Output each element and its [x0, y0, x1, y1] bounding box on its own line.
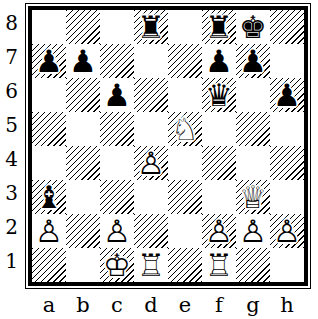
square-a5[interactable]: [32, 112, 66, 146]
square-c4[interactable]: [100, 146, 134, 180]
square-b8[interactable]: [66, 10, 100, 44]
rank-label-3: 3: [0, 176, 23, 210]
square-e5[interactable]: ♞♘: [168, 112, 202, 146]
black-pawn-piece: ♟: [270, 78, 304, 112]
square-b5[interactable]: [66, 112, 100, 146]
square-d5[interactable]: [134, 112, 168, 146]
square-h4[interactable]: [270, 146, 304, 180]
square-h3[interactable]: [270, 180, 304, 214]
square-d8[interactable]: ♜: [134, 10, 168, 44]
white-pawn-piece-fill: ♟: [270, 214, 304, 248]
board-frame: ♜♜♚♟♟♟♟♟♛♟♞♘♟♙♝♛♕♟♙♟♙♟♙♟♙♟♙♚♔♜♖♜♖: [25, 3, 311, 289]
square-e7[interactable]: [168, 44, 202, 78]
white-pawn-piece: ♙: [270, 214, 304, 248]
black-pawn-piece: ♟: [100, 78, 134, 112]
file-label-b: b: [66, 291, 100, 318]
rank-label-4: 4: [0, 142, 23, 176]
square-d1[interactable]: ♜♖: [134, 248, 168, 282]
square-g2[interactable]: ♟♙: [236, 214, 270, 248]
square-f4[interactable]: [202, 146, 236, 180]
square-g8[interactable]: ♚: [236, 10, 270, 44]
chess-diagram-page: 87654321 ♜♜♚♟♟♟♟♟♛♟♞♘♟♙♝♛♕♟♙♟♙♟♙♟♙♟♙♚♔♜♖…: [0, 0, 318, 319]
square-b4[interactable]: [66, 146, 100, 180]
square-e6[interactable]: [168, 78, 202, 112]
square-a6[interactable]: [32, 78, 66, 112]
file-label-g: g: [236, 291, 270, 318]
square-e4[interactable]: [168, 146, 202, 180]
square-e3[interactable]: [168, 180, 202, 214]
square-a4[interactable]: [32, 146, 66, 180]
square-a2[interactable]: ♟♙: [32, 214, 66, 248]
square-f6[interactable]: ♛: [202, 78, 236, 112]
white-pawn-piece-fill: ♟: [202, 214, 236, 248]
file-labels: abcdefgh: [32, 291, 304, 318]
white-pawn-piece-fill: ♟: [236, 214, 270, 248]
square-a3[interactable]: ♝: [32, 180, 66, 214]
board: ♜♜♚♟♟♟♟♟♛♟♞♘♟♙♝♛♕♟♙♟♙♟♙♟♙♟♙♚♔♜♖♜♖: [32, 10, 304, 282]
square-a7[interactable]: ♟: [32, 44, 66, 78]
file-label-d: d: [134, 291, 168, 318]
square-d2[interactable]: [134, 214, 168, 248]
square-g6[interactable]: [236, 78, 270, 112]
white-rook-piece: ♖: [134, 248, 168, 282]
square-d3[interactable]: [134, 180, 168, 214]
square-c8[interactable]: [100, 10, 134, 44]
white-rook-piece-fill: ♜: [134, 248, 168, 282]
square-e8[interactable]: [168, 10, 202, 44]
square-g7[interactable]: ♟: [236, 44, 270, 78]
square-b2[interactable]: [66, 214, 100, 248]
black-pawn-piece: ♟: [202, 44, 236, 78]
square-c1[interactable]: ♚♔: [100, 248, 134, 282]
white-pawn-piece-fill: ♟: [100, 214, 134, 248]
square-g1[interactable]: [236, 248, 270, 282]
square-a8[interactable]: [32, 10, 66, 44]
square-d7[interactable]: [134, 44, 168, 78]
file-label-f: f: [202, 291, 236, 318]
board-border: ♜♜♚♟♟♟♟♟♛♟♞♘♟♙♝♛♕♟♙♟♙♟♙♟♙♟♙♚♔♜♖♜♖: [28, 6, 308, 286]
square-f2[interactable]: ♟♙: [202, 214, 236, 248]
white-queen-piece: ♕: [236, 180, 270, 214]
white-rook-piece: ♖: [202, 248, 236, 282]
white-pawn-piece-fill: ♟: [32, 214, 66, 248]
rank-label-6: 6: [0, 74, 23, 108]
file-label-e: e: [168, 291, 202, 318]
square-h2[interactable]: ♟♙: [270, 214, 304, 248]
rank-label-5: 5: [0, 108, 23, 142]
black-pawn-piece: ♟: [32, 44, 66, 78]
square-e1[interactable]: [168, 248, 202, 282]
white-pawn-piece: ♙: [202, 214, 236, 248]
black-pawn-piece: ♟: [66, 44, 100, 78]
black-bishop-piece: ♝: [32, 180, 66, 214]
square-c3[interactable]: [100, 180, 134, 214]
square-f8[interactable]: ♜: [202, 10, 236, 44]
square-c6[interactable]: ♟: [100, 78, 134, 112]
white-pawn-piece: ♙: [100, 214, 134, 248]
square-d4[interactable]: ♟♙: [134, 146, 168, 180]
white-pawn-piece: ♙: [32, 214, 66, 248]
square-b7[interactable]: ♟: [66, 44, 100, 78]
black-queen-piece: ♛: [202, 78, 236, 112]
white-queen-piece-fill: ♛: [236, 180, 270, 214]
white-king-piece-fill: ♚: [100, 248, 134, 282]
rank-label-2: 2: [0, 210, 23, 244]
white-pawn-piece-fill: ♟: [134, 146, 168, 180]
square-d6[interactable]: [134, 78, 168, 112]
square-a1[interactable]: [32, 248, 66, 282]
black-rook-piece: ♜: [202, 10, 236, 44]
square-b6[interactable]: [66, 78, 100, 112]
square-h1[interactable]: [270, 248, 304, 282]
square-e2[interactable]: [168, 214, 202, 248]
square-c5[interactable]: [100, 112, 134, 146]
white-rook-piece-fill: ♜: [202, 248, 236, 282]
square-g3[interactable]: ♛♕: [236, 180, 270, 214]
file-label-c: c: [100, 291, 134, 318]
square-f1[interactable]: ♜♖: [202, 248, 236, 282]
square-f7[interactable]: ♟: [202, 44, 236, 78]
white-king-piece: ♔: [100, 248, 134, 282]
rank-label-8: 8: [0, 6, 23, 40]
black-pawn-piece: ♟: [236, 44, 270, 78]
file-label-a: a: [32, 291, 66, 318]
square-g4[interactable]: [236, 146, 270, 180]
square-c2[interactable]: ♟♙: [100, 214, 134, 248]
square-h8[interactable]: [270, 10, 304, 44]
square-c7[interactable]: [100, 44, 134, 78]
rank-label-1: 1: [0, 244, 23, 278]
rank-label-7: 7: [0, 40, 23, 74]
square-g5[interactable]: [236, 112, 270, 146]
white-knight-piece: ♘: [168, 112, 202, 146]
square-h7[interactable]: [270, 44, 304, 78]
white-knight-piece-fill: ♞: [168, 112, 202, 146]
square-h6[interactable]: ♟: [270, 78, 304, 112]
square-f3[interactable]: [202, 180, 236, 214]
rank-labels: 87654321: [0, 10, 23, 282]
white-pawn-piece: ♙: [134, 146, 168, 180]
white-pawn-piece: ♙: [236, 214, 270, 248]
black-rook-piece: ♜: [134, 10, 168, 44]
square-h5[interactable]: [270, 112, 304, 146]
square-f5[interactable]: [202, 112, 236, 146]
square-b3[interactable]: [66, 180, 100, 214]
square-b1[interactable]: [66, 248, 100, 282]
file-label-h: h: [270, 291, 304, 318]
black-king-piece: ♚: [236, 10, 270, 44]
